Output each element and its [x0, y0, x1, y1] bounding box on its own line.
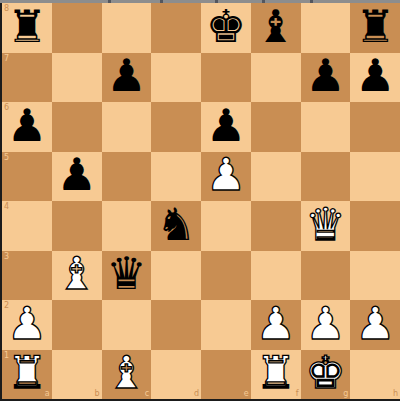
square-b8[interactable] — [52, 3, 102, 53]
square-e8[interactable]: ♚ — [201, 3, 251, 53]
black-pawn[interactable]: ♟ — [106, 53, 146, 98]
square-e6[interactable]: ♟ — [201, 102, 251, 152]
file-label-d: d — [194, 390, 199, 398]
black-pawn[interactable]: ♟ — [355, 53, 395, 98]
square-c2[interactable] — [102, 300, 152, 350]
white-rook[interactable]: ♜ — [255, 350, 295, 395]
rank-label-3: 3 — [4, 253, 9, 261]
square-h6[interactable] — [350, 102, 400, 152]
chess-board[interactable]: 8♜♚♝♜7♟♟♟6♟♟5♟♟4♞♛3♝♛2♟♟♟♟1a♜bc♝def♜g♚h — [2, 3, 400, 399]
black-pawn[interactable]: ♟ — [56, 152, 96, 197]
square-g8[interactable] — [301, 3, 351, 53]
square-e5[interactable]: ♟ — [201, 152, 251, 202]
square-a2[interactable]: 2♟ — [2, 300, 52, 350]
square-c5[interactable] — [102, 152, 152, 202]
square-c1[interactable]: c♝ — [102, 350, 152, 400]
white-pawn[interactable]: ♟ — [206, 152, 246, 197]
square-d4[interactable]: ♞ — [151, 201, 201, 251]
square-a7[interactable]: 7 — [2, 53, 52, 103]
strip-tick-mark — [108, 0, 111, 3]
square-h7[interactable]: ♟ — [350, 53, 400, 103]
square-e3[interactable] — [201, 251, 251, 301]
square-g6[interactable] — [301, 102, 351, 152]
square-c4[interactable] — [102, 201, 152, 251]
square-d8[interactable] — [151, 3, 201, 53]
top-edge-strip — [0, 0, 400, 3]
square-h2[interactable]: ♟ — [350, 300, 400, 350]
white-queen[interactable]: ♛ — [305, 202, 345, 247]
square-e1[interactable]: e — [201, 350, 251, 400]
square-d1[interactable]: d — [151, 350, 201, 400]
square-c7[interactable]: ♟ — [102, 53, 152, 103]
square-b5[interactable]: ♟ — [52, 152, 102, 202]
square-f2[interactable]: ♟ — [251, 300, 301, 350]
square-f4[interactable] — [251, 201, 301, 251]
rank-label-4: 4 — [4, 203, 9, 211]
square-f6[interactable] — [251, 102, 301, 152]
black-queen[interactable]: ♛ — [106, 251, 146, 296]
file-label-f: f — [296, 390, 299, 398]
black-king[interactable]: ♚ — [206, 4, 246, 49]
square-f8[interactable]: ♝ — [251, 3, 301, 53]
square-b1[interactable]: b — [52, 350, 102, 400]
square-d2[interactable] — [151, 300, 201, 350]
square-h5[interactable] — [350, 152, 400, 202]
square-a5[interactable]: 5 — [2, 152, 52, 202]
square-b6[interactable] — [52, 102, 102, 152]
square-e2[interactable] — [201, 300, 251, 350]
chess-app-window: 8♜♚♝♜7♟♟♟6♟♟5♟♟4♞♛3♝♛2♟♟♟♟1a♜bc♝def♜g♚h — [0, 0, 400, 401]
white-bishop[interactable]: ♝ — [106, 350, 146, 395]
square-g7[interactable]: ♟ — [301, 53, 351, 103]
strip-tick-mark — [262, 0, 265, 3]
file-label-e: e — [244, 390, 249, 398]
square-a8[interactable]: 8♜ — [2, 3, 52, 53]
file-label-h: h — [393, 390, 398, 398]
square-d3[interactable] — [151, 251, 201, 301]
black-pawn[interactable]: ♟ — [206, 103, 246, 148]
black-pawn[interactable]: ♟ — [7, 103, 47, 148]
square-a1[interactable]: 1a♜ — [2, 350, 52, 400]
white-king[interactable]: ♚ — [305, 350, 345, 395]
square-c8[interactable] — [102, 3, 152, 53]
square-h4[interactable] — [350, 201, 400, 251]
square-e4[interactable] — [201, 201, 251, 251]
square-g2[interactable]: ♟ — [301, 300, 351, 350]
square-g4[interactable]: ♛ — [301, 201, 351, 251]
strip-tick-mark — [215, 0, 218, 3]
square-b2[interactable] — [52, 300, 102, 350]
black-rook[interactable]: ♜ — [7, 4, 47, 49]
square-c3[interactable]: ♛ — [102, 251, 152, 301]
white-rook[interactable]: ♜ — [7, 350, 47, 395]
file-label-b: b — [94, 390, 99, 398]
square-e7[interactable] — [201, 53, 251, 103]
square-h8[interactable]: ♜ — [350, 3, 400, 53]
black-rook[interactable]: ♜ — [355, 4, 395, 49]
square-b3[interactable]: ♝ — [52, 251, 102, 301]
square-b4[interactable] — [52, 201, 102, 251]
white-bishop[interactable]: ♝ — [56, 251, 96, 296]
square-g5[interactable] — [301, 152, 351, 202]
square-h3[interactable] — [350, 251, 400, 301]
white-pawn[interactable]: ♟ — [7, 301, 47, 346]
square-h1[interactable]: h — [350, 350, 400, 400]
square-g1[interactable]: g♚ — [301, 350, 351, 400]
strip-tick-mark — [160, 0, 163, 3]
black-bishop[interactable]: ♝ — [255, 4, 295, 49]
strip-tick-mark — [310, 0, 313, 3]
white-pawn[interactable]: ♟ — [305, 301, 345, 346]
white-pawn[interactable]: ♟ — [355, 301, 395, 346]
black-pawn[interactable]: ♟ — [305, 53, 345, 98]
square-a3[interactable]: 3 — [2, 251, 52, 301]
square-a4[interactable]: 4 — [2, 201, 52, 251]
rank-label-5: 5 — [4, 154, 9, 162]
square-d7[interactable] — [151, 53, 201, 103]
square-f7[interactable] — [251, 53, 301, 103]
square-d5[interactable] — [151, 152, 201, 202]
square-b7[interactable] — [52, 53, 102, 103]
square-a6[interactable]: 6♟ — [2, 102, 52, 152]
board-left-border — [0, 3, 2, 401]
black-knight[interactable]: ♞ — [156, 202, 196, 247]
square-c6[interactable] — [102, 102, 152, 152]
square-f5[interactable] — [251, 152, 301, 202]
square-f3[interactable] — [251, 251, 301, 301]
square-f1[interactable]: f♜ — [251, 350, 301, 400]
square-g3[interactable] — [301, 251, 351, 301]
square-d6[interactable] — [151, 102, 201, 152]
white-pawn[interactable]: ♟ — [255, 301, 295, 346]
rank-label-7: 7 — [4, 55, 9, 63]
